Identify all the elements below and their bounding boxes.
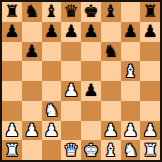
square-h5[interactable] <box>140 61 160 81</box>
piece-black-rook[interactable]: ♜ <box>143 3 158 20</box>
square-d5[interactable] <box>61 61 81 81</box>
square-a2[interactable]: ♟ <box>2 121 22 141</box>
square-h8[interactable]: ♜ <box>140 2 160 22</box>
piece-white-pawn[interactable]: ♟ <box>143 122 158 139</box>
piece-white-pawn[interactable]: ♟ <box>24 122 39 139</box>
square-b5[interactable] <box>22 61 42 81</box>
square-d7[interactable]: ♟ <box>61 22 81 42</box>
piece-white-pawn[interactable]: ♟ <box>44 122 59 139</box>
square-e4[interactable]: ♟ <box>81 81 101 101</box>
square-g3[interactable] <box>121 101 141 121</box>
square-e2[interactable] <box>81 121 101 141</box>
square-f6[interactable]: ♞ <box>101 42 121 62</box>
piece-black-pawn[interactable]: ♟ <box>83 82 98 99</box>
piece-black-pawn[interactable]: ♟ <box>123 23 138 40</box>
square-f1[interactable]: ♝ <box>101 140 121 160</box>
square-a1[interactable]: ♜ <box>2 140 22 160</box>
square-e3[interactable] <box>81 101 101 121</box>
square-e8[interactable]: ♚ <box>81 2 101 22</box>
square-a4[interactable] <box>2 81 22 101</box>
square-d1[interactable]: ♛ <box>61 140 81 160</box>
piece-black-rook[interactable]: ♜ <box>4 3 19 20</box>
square-a8[interactable]: ♜ <box>2 2 22 22</box>
square-a5[interactable] <box>2 61 22 81</box>
square-g1[interactable]: ♞ <box>121 140 141 160</box>
square-c3[interactable]: ♞ <box>42 101 62 121</box>
square-d2[interactable] <box>61 121 81 141</box>
square-f4[interactable] <box>101 81 121 101</box>
square-h4[interactable] <box>140 81 160 101</box>
piece-white-rook[interactable]: ♜ <box>143 142 158 159</box>
square-c6[interactable] <box>42 42 62 62</box>
square-b1[interactable] <box>22 140 42 160</box>
square-h6[interactable] <box>140 42 160 62</box>
square-b6[interactable]: ♟ <box>22 42 42 62</box>
square-d4[interactable]: ♟ <box>61 81 81 101</box>
square-f3[interactable] <box>101 101 121 121</box>
square-b8[interactable]: ♞ <box>22 2 42 22</box>
piece-white-knight[interactable]: ♞ <box>44 102 59 119</box>
square-b3[interactable] <box>22 101 42 121</box>
piece-black-knight[interactable]: ♞ <box>103 43 118 60</box>
square-c8[interactable]: ♝ <box>42 2 62 22</box>
piece-white-bishop[interactable]: ♝ <box>123 63 138 80</box>
square-e7[interactable]: ♟ <box>81 22 101 42</box>
square-c1[interactable] <box>42 140 62 160</box>
square-f8[interactable]: ♝ <box>101 2 121 22</box>
square-f2[interactable]: ♟ <box>101 121 121 141</box>
piece-black-pawn[interactable]: ♟ <box>44 23 59 40</box>
piece-black-knight[interactable]: ♞ <box>24 3 39 20</box>
piece-black-pawn[interactable]: ♟ <box>143 23 158 40</box>
piece-white-pawn[interactable]: ♟ <box>4 122 19 139</box>
square-g5[interactable]: ♝ <box>121 61 141 81</box>
piece-white-pawn[interactable]: ♟ <box>103 122 118 139</box>
piece-black-pawn[interactable]: ♟ <box>64 23 79 40</box>
square-h1[interactable]: ♜ <box>140 140 160 160</box>
piece-white-pawn[interactable]: ♟ <box>64 82 79 99</box>
square-e1[interactable]: ♚ <box>81 140 101 160</box>
piece-white-rook[interactable]: ♜ <box>4 142 19 159</box>
square-g2[interactable]: ♟ <box>121 121 141 141</box>
square-c5[interactable] <box>42 61 62 81</box>
square-g6[interactable] <box>121 42 141 62</box>
piece-black-pawn[interactable]: ♟ <box>24 43 39 60</box>
square-b7[interactable] <box>22 22 42 42</box>
square-f5[interactable] <box>101 61 121 81</box>
piece-black-pawn[interactable]: ♟ <box>83 23 98 40</box>
square-e6[interactable] <box>81 42 101 62</box>
square-g7[interactable]: ♟ <box>121 22 141 42</box>
piece-black-bishop[interactable]: ♝ <box>44 3 59 20</box>
square-a6[interactable] <box>2 42 22 62</box>
square-c4[interactable] <box>42 81 62 101</box>
square-h7[interactable]: ♟ <box>140 22 160 42</box>
square-f7[interactable] <box>101 22 121 42</box>
piece-black-bishop[interactable]: ♝ <box>103 3 118 20</box>
chess-board: ♜♞♝♛♚♝♜♟♟♟♟♟♟♟♞♝♟♟♞♟♟♟♟♟♟♜♛♚♝♞♜ <box>2 2 160 160</box>
piece-black-queen[interactable]: ♛ <box>64 3 79 20</box>
square-a3[interactable] <box>2 101 22 121</box>
piece-white-knight[interactable]: ♞ <box>123 142 138 159</box>
piece-white-pawn[interactable]: ♟ <box>123 122 138 139</box>
square-b2[interactable]: ♟ <box>22 121 42 141</box>
square-b4[interactable] <box>22 81 42 101</box>
square-h3[interactable] <box>140 101 160 121</box>
piece-white-king[interactable]: ♚ <box>83 142 98 159</box>
piece-black-king[interactable]: ♚ <box>83 3 98 20</box>
square-d6[interactable] <box>61 42 81 62</box>
piece-white-queen[interactable]: ♛ <box>64 142 79 159</box>
square-h2[interactable]: ♟ <box>140 121 160 141</box>
piece-black-pawn[interactable]: ♟ <box>4 23 19 40</box>
square-g8[interactable] <box>121 2 141 22</box>
square-e5[interactable] <box>81 61 101 81</box>
square-a7[interactable]: ♟ <box>2 22 22 42</box>
square-c7[interactable]: ♟ <box>42 22 62 42</box>
square-d3[interactable] <box>61 101 81 121</box>
piece-white-bishop[interactable]: ♝ <box>103 142 118 159</box>
square-c2[interactable]: ♟ <box>42 121 62 141</box>
square-d8[interactable]: ♛ <box>61 2 81 22</box>
chess-board-frame: ♜♞♝♛♚♝♜♟♟♟♟♟♟♟♞♝♟♟♞♟♟♟♟♟♟♜♛♚♝♞♜ <box>0 0 162 162</box>
square-g4[interactable] <box>121 81 141 101</box>
